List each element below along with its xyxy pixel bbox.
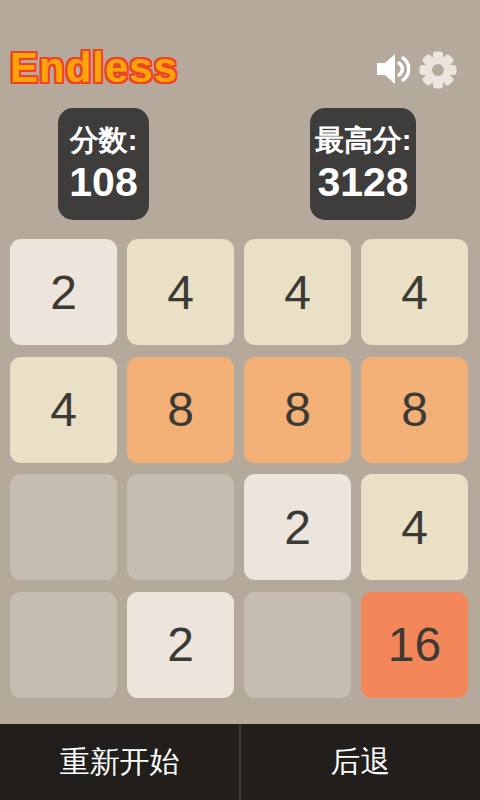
tile-8: 8	[361, 357, 468, 463]
settings-icon[interactable]	[419, 51, 457, 93]
tile-2: 2	[244, 474, 351, 580]
tile-4: 4	[361, 239, 468, 345]
tile-4: 4	[244, 239, 351, 345]
score-label: 分数:	[70, 122, 138, 160]
empty-cell	[127, 474, 234, 580]
tile-4: 4	[361, 474, 468, 580]
undo-button[interactable]: 后退	[241, 724, 480, 800]
app-screen: Endless 分数: 108 最高分: 3128 2444488824216	[0, 0, 480, 800]
tile-2: 2	[10, 239, 117, 345]
restart-button[interactable]: 重新开始	[0, 724, 239, 800]
bottom-bar: 重新开始 后退	[0, 724, 480, 800]
empty-cell	[10, 592, 117, 698]
tile-8: 8	[127, 357, 234, 463]
best-score-label: 最高分:	[315, 122, 412, 160]
tile-8: 8	[244, 357, 351, 463]
volume-icon[interactable]	[374, 50, 412, 92]
best-score-box: 最高分: 3128	[310, 108, 416, 220]
tile-4: 4	[10, 357, 117, 463]
tile-16: 16	[361, 592, 468, 698]
empty-cell	[10, 474, 117, 580]
empty-cell	[244, 592, 351, 698]
score-value: 108	[69, 159, 137, 206]
score-box: 分数: 108	[58, 108, 149, 220]
mode-title: Endless	[10, 44, 178, 92]
tile-4: 4	[127, 239, 234, 345]
tile-2: 2	[127, 592, 234, 698]
board-grid[interactable]: 2444488824216	[10, 239, 468, 698]
best-score-value: 3128	[317, 159, 408, 206]
